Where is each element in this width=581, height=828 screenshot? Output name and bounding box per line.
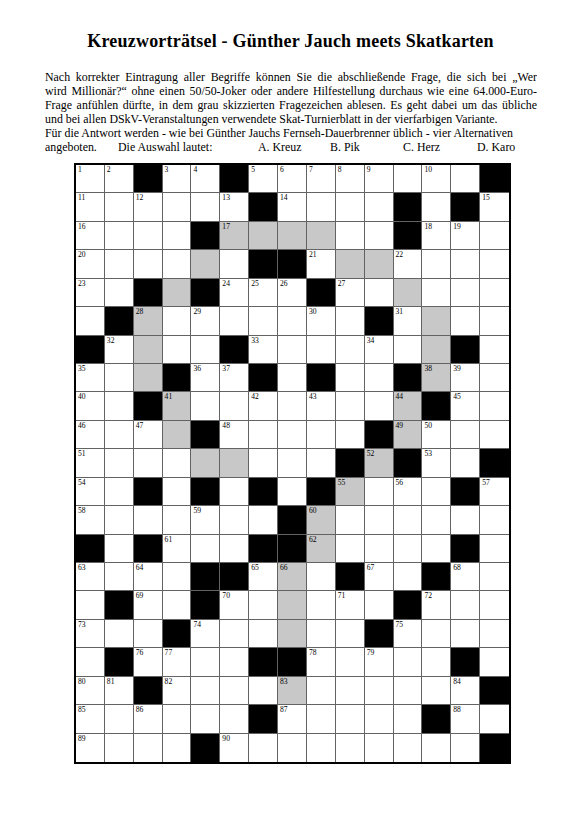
letter-cell[interactable]: 22	[394, 250, 423, 278]
letter-cell[interactable]	[278, 478, 307, 506]
letter-cell[interactable]	[191, 648, 220, 676]
shaded-letter-cell[interactable]	[249, 222, 278, 250]
clue-number: 60	[309, 506, 317, 515]
letter-cell[interactable]: 65	[249, 563, 278, 591]
clue-number: 22	[396, 250, 404, 259]
letter-cell[interactable]	[480, 250, 509, 278]
shaded-letter-cell[interactable]	[278, 620, 307, 648]
letter-cell[interactable]: 15	[480, 193, 509, 221]
clue-number: 25	[251, 279, 259, 288]
letter-cell[interactable]: 29	[191, 307, 220, 335]
letter-cell[interactable]: 79	[365, 648, 394, 676]
letter-cell[interactable]: 69	[134, 591, 163, 619]
answer-choices-line: angeboten. Die Auswahl lautet: A. Kreuz …	[45, 140, 545, 154]
letter-cell[interactable]	[249, 307, 278, 335]
letter-cell[interactable]: 86	[134, 705, 163, 733]
letter-cell[interactable]	[451, 307, 480, 335]
letter-cell[interactable]: 19	[451, 222, 480, 250]
letter-cell[interactable]	[249, 449, 278, 477]
letter-cell[interactable]	[307, 705, 336, 733]
letter-cell[interactable]	[422, 478, 451, 506]
clue-number: 69	[136, 591, 144, 600]
letter-cell[interactable]: 67	[365, 563, 394, 591]
shaded-letter-cell[interactable]	[134, 336, 163, 364]
letter-cell[interactable]: 21	[307, 250, 336, 278]
letter-cell[interactable]: 78	[307, 648, 336, 676]
clue-number: 21	[309, 250, 317, 259]
letter-cell[interactable]	[336, 307, 365, 335]
clue-number: 51	[78, 449, 86, 458]
clue-number: 3	[165, 165, 169, 174]
letter-cell[interactable]: 89	[76, 734, 105, 762]
letter-cell[interactable]	[336, 677, 365, 705]
letter-cell[interactable]	[105, 563, 134, 591]
clue-number: 63	[78, 563, 86, 572]
letter-cell[interactable]: 26	[278, 279, 307, 307]
shaded-letter-cell[interactable]	[365, 250, 394, 278]
letter-cell[interactable]: 71	[336, 591, 365, 619]
letter-cell[interactable]	[422, 648, 451, 676]
letter-cell[interactable]	[480, 364, 509, 392]
letter-cell[interactable]: 61	[163, 535, 192, 563]
letter-cell[interactable]	[365, 222, 394, 250]
letter-cell[interactable]	[451, 279, 480, 307]
shaded-letter-cell[interactable]	[163, 279, 192, 307]
block-cell	[422, 392, 451, 420]
clue-number: 26	[280, 279, 288, 288]
letter-cell[interactable]: 35	[76, 364, 105, 392]
letter-cell[interactable]	[422, 279, 451, 307]
letter-cell[interactable]	[480, 620, 509, 648]
letter-cell[interactable]	[480, 222, 509, 250]
letter-cell[interactable]	[451, 421, 480, 449]
letter-cell[interactable]	[105, 421, 134, 449]
letter-cell[interactable]: 59	[191, 506, 220, 534]
letter-cell[interactable]	[191, 392, 220, 420]
letter-cell[interactable]	[163, 307, 192, 335]
letter-cell[interactable]	[163, 250, 192, 278]
clue-number: 30	[309, 307, 317, 316]
clue-number: 58	[78, 506, 86, 515]
clue-number: 47	[136, 421, 144, 430]
letter-cell[interactable]	[336, 222, 365, 250]
letter-cell[interactable]	[191, 705, 220, 733]
shaded-letter-cell[interactable]	[278, 591, 307, 619]
letter-cell[interactable]	[105, 392, 134, 420]
letter-cell[interactable]	[480, 648, 509, 676]
letter-cell[interactable]	[191, 193, 220, 221]
letter-cell[interactable]: 50	[422, 421, 451, 449]
letter-cell[interactable]	[249, 734, 278, 762]
clue-number: 50	[424, 421, 432, 430]
letter-cell[interactable]	[220, 392, 249, 420]
shaded-letter-cell[interactable]: 55	[336, 478, 365, 506]
shaded-letter-cell[interactable]: 49	[394, 421, 423, 449]
clue-number: 29	[193, 307, 201, 316]
shaded-letter-cell[interactable]	[163, 421, 192, 449]
letter-cell[interactable]	[249, 506, 278, 534]
letter-cell[interactable]	[163, 506, 192, 534]
letter-cell[interactable]	[451, 620, 480, 648]
letter-cell[interactable]: 18	[422, 222, 451, 250]
letter-cell[interactable]: 4	[191, 165, 220, 193]
letter-cell[interactable]	[76, 307, 105, 335]
block-cell	[134, 165, 163, 193]
letter-cell[interactable]: 53	[422, 449, 451, 477]
letter-cell[interactable]	[220, 535, 249, 563]
letter-cell[interactable]: 88	[451, 705, 480, 733]
letter-cell[interactable]	[394, 336, 423, 364]
block-cell	[307, 478, 336, 506]
letter-cell[interactable]: 85	[76, 705, 105, 733]
block-cell	[278, 506, 307, 534]
letter-cell[interactable]	[336, 734, 365, 762]
letter-cell[interactable]: 75	[394, 620, 423, 648]
letter-cell[interactable]	[336, 392, 365, 420]
shaded-letter-cell[interactable]: 38	[422, 364, 451, 392]
clue-number: 87	[280, 705, 288, 714]
letter-cell[interactable]	[394, 648, 423, 676]
clue-number: 10	[424, 165, 432, 174]
letter-cell[interactable]	[278, 392, 307, 420]
letter-cell[interactable]: 63	[76, 563, 105, 591]
letter-cell[interactable]	[336, 336, 365, 364]
clue-number: 18	[424, 222, 432, 231]
clue-number: 64	[136, 563, 144, 572]
letter-cell[interactable]: 73	[76, 620, 105, 648]
letter-cell[interactable]	[365, 535, 394, 563]
letter-cell[interactable]	[134, 250, 163, 278]
letter-cell[interactable]: 33	[249, 336, 278, 364]
letter-cell[interactable]: 46	[76, 421, 105, 449]
shaded-letter-cell[interactable]	[191, 449, 220, 477]
letter-cell[interactable]	[163, 222, 192, 250]
letter-cell[interactable]	[451, 250, 480, 278]
letter-cell[interactable]: 20	[76, 250, 105, 278]
letter-cell[interactable]	[422, 677, 451, 705]
letter-cell[interactable]	[307, 421, 336, 449]
letter-cell[interactable]	[307, 677, 336, 705]
letter-cell[interactable]: 11	[76, 193, 105, 221]
clue-number: 11	[78, 193, 85, 202]
letter-cell[interactable]: 87	[278, 705, 307, 733]
shaded-letter-cell[interactable]	[394, 279, 423, 307]
letter-cell[interactable]: 48	[220, 421, 249, 449]
letter-cell[interactable]	[249, 591, 278, 619]
letter-cell[interactable]	[307, 193, 336, 221]
letter-cell[interactable]: 54	[76, 478, 105, 506]
shaded-letter-cell[interactable]: 28	[134, 307, 163, 335]
letter-cell[interactable]: 77	[163, 648, 192, 676]
letter-cell[interactable]	[105, 705, 134, 733]
letter-cell[interactable]: 51	[76, 449, 105, 477]
letter-cell[interactable]	[105, 279, 134, 307]
clue-number: 89	[78, 734, 86, 743]
letter-cell[interactable]	[336, 421, 365, 449]
letter-cell[interactable]	[451, 506, 480, 534]
letter-cell[interactable]	[105, 364, 134, 392]
shaded-letter-cell[interactable]	[336, 250, 365, 278]
letter-cell[interactable]	[394, 165, 423, 193]
letter-cell[interactable]: 81	[105, 677, 134, 705]
letter-cell[interactable]	[105, 535, 134, 563]
letter-cell[interactable]	[220, 506, 249, 534]
letter-cell[interactable]	[365, 478, 394, 506]
letter-cell[interactable]: 30	[307, 307, 336, 335]
letter-cell[interactable]	[480, 421, 509, 449]
letter-cell[interactable]	[307, 336, 336, 364]
shaded-letter-cell[interactable]: 41	[163, 392, 192, 420]
letter-cell[interactable]	[307, 449, 336, 477]
shaded-letter-cell[interactable]: 83	[278, 677, 307, 705]
letter-cell[interactable]	[105, 222, 134, 250]
letter-cell[interactable]	[220, 705, 249, 733]
letter-cell[interactable]	[220, 307, 249, 335]
clue-number: 49	[396, 421, 404, 430]
letter-cell[interactable]	[220, 620, 249, 648]
letter-cell[interactable]: 2	[105, 165, 134, 193]
letter-cell[interactable]	[451, 591, 480, 619]
letter-cell[interactable]	[394, 677, 423, 705]
letter-cell[interactable]: 72	[422, 591, 451, 619]
letter-cell[interactable]	[422, 506, 451, 534]
letter-cell[interactable]: 45	[451, 392, 480, 420]
letter-cell[interactable]: 32	[105, 336, 134, 364]
letter-cell[interactable]	[480, 336, 509, 364]
answer-option-karo: D. Karo	[477, 140, 515, 155]
block-cell	[191, 222, 220, 250]
shaded-letter-cell[interactable]: 17	[220, 222, 249, 250]
letter-cell[interactable]	[105, 449, 134, 477]
letter-cell[interactable]	[105, 478, 134, 506]
letter-cell[interactable]	[365, 364, 394, 392]
letter-cell[interactable]: 13	[220, 193, 249, 221]
letter-cell[interactable]	[480, 506, 509, 534]
letter-cell[interactable]	[451, 449, 480, 477]
letter-cell[interactable]: 9	[365, 165, 394, 193]
letter-cell[interactable]: 23	[76, 279, 105, 307]
letter-cell[interactable]	[422, 193, 451, 221]
letter-cell[interactable]: 57	[480, 478, 509, 506]
letter-cell[interactable]: 82	[163, 677, 192, 705]
letter-cell[interactable]: 27	[336, 279, 365, 307]
shaded-letter-cell[interactable]	[422, 307, 451, 335]
block-cell	[278, 648, 307, 676]
letter-cell[interactable]	[105, 734, 134, 762]
shaded-letter-cell[interactable]	[191, 250, 220, 278]
letter-cell[interactable]: 36	[191, 364, 220, 392]
letter-cell[interactable]	[365, 506, 394, 534]
letter-cell[interactable]	[422, 535, 451, 563]
letter-cell[interactable]: 16	[76, 222, 105, 250]
letter-cell[interactable]	[365, 279, 394, 307]
letter-cell[interactable]: 68	[451, 563, 480, 591]
letter-cell[interactable]	[76, 648, 105, 676]
letter-cell[interactable]	[336, 648, 365, 676]
letter-cell[interactable]	[480, 563, 509, 591]
letter-cell[interactable]: 31	[394, 307, 423, 335]
letter-cell[interactable]	[163, 449, 192, 477]
clue-number: 37	[222, 364, 230, 373]
letter-cell[interactable]	[105, 193, 134, 221]
shaded-letter-cell[interactable]	[134, 364, 163, 392]
block-cell	[134, 392, 163, 420]
letter-cell[interactable]	[105, 506, 134, 534]
letter-cell[interactable]	[134, 449, 163, 477]
block-cell	[307, 279, 336, 307]
letter-cell[interactable]	[249, 421, 278, 449]
letter-cell[interactable]	[163, 563, 192, 591]
letter-cell[interactable]: 6	[278, 165, 307, 193]
letter-cell[interactable]: 43	[307, 392, 336, 420]
letter-cell[interactable]	[163, 591, 192, 619]
shaded-letter-cell[interactable]: 52	[365, 449, 394, 477]
letter-cell[interactable]	[451, 734, 480, 762]
letter-cell[interactable]	[105, 250, 134, 278]
letter-cell[interactable]	[394, 506, 423, 534]
letter-cell[interactable]	[191, 677, 220, 705]
letter-cell[interactable]	[278, 734, 307, 762]
letter-cell[interactable]: 64	[134, 563, 163, 591]
letter-cell[interactable]	[480, 392, 509, 420]
letter-cell[interactable]	[451, 165, 480, 193]
letter-cell[interactable]	[134, 734, 163, 762]
shaded-letter-cell[interactable]	[422, 336, 451, 364]
letter-cell[interactable]	[163, 734, 192, 762]
letter-cell[interactable]	[220, 478, 249, 506]
letter-cell[interactable]	[278, 364, 307, 392]
letter-cell[interactable]: 74	[191, 620, 220, 648]
letter-cell[interactable]: 56	[394, 478, 423, 506]
letter-cell[interactable]	[278, 336, 307, 364]
letter-cell[interactable]	[220, 250, 249, 278]
letter-cell[interactable]: 7	[307, 165, 336, 193]
letter-cell[interactable]	[336, 705, 365, 733]
shaded-letter-cell[interactable]: 66	[278, 563, 307, 591]
letter-cell[interactable]	[278, 307, 307, 335]
letter-cell[interactable]	[307, 591, 336, 619]
letter-cell[interactable]: 58	[76, 506, 105, 534]
letter-cell[interactable]	[336, 193, 365, 221]
letter-cell[interactable]	[480, 535, 509, 563]
letter-cell[interactable]	[307, 563, 336, 591]
block-cell	[191, 478, 220, 506]
letter-cell[interactable]: 90	[220, 734, 249, 762]
letter-cell[interactable]: 12	[134, 193, 163, 221]
letter-cell[interactable]	[336, 506, 365, 534]
clue-number: 72	[424, 591, 432, 600]
shaded-letter-cell[interactable]: 62	[307, 535, 336, 563]
letter-cell[interactable]	[394, 563, 423, 591]
letter-cell[interactable]	[307, 734, 336, 762]
letter-cell[interactable]	[278, 449, 307, 477]
letter-cell[interactable]	[365, 591, 394, 619]
letter-cell[interactable]: 70	[220, 591, 249, 619]
letter-cell[interactable]	[163, 478, 192, 506]
letter-cell[interactable]	[163, 336, 192, 364]
letter-cell[interactable]	[307, 620, 336, 648]
clue-number: 80	[78, 677, 86, 686]
letter-cell[interactable]	[134, 506, 163, 534]
letter-cell[interactable]: 34	[365, 336, 394, 364]
letter-cell[interactable]	[163, 193, 192, 221]
letter-cell[interactable]	[76, 591, 105, 619]
letter-cell[interactable]	[249, 677, 278, 705]
letter-cell[interactable]	[220, 677, 249, 705]
letter-cell[interactable]	[394, 734, 423, 762]
letter-cell[interactable]: 37	[220, 364, 249, 392]
letter-cell[interactable]	[278, 421, 307, 449]
letter-cell[interactable]	[249, 620, 278, 648]
block-cell	[394, 193, 423, 221]
letter-cell[interactable]: 24	[220, 279, 249, 307]
letter-cell[interactable]	[480, 705, 509, 733]
letter-cell[interactable]	[365, 734, 394, 762]
letter-cell[interactable]: 84	[451, 677, 480, 705]
letter-cell[interactable]: 80	[76, 677, 105, 705]
letter-cell[interactable]	[163, 705, 192, 733]
shaded-letter-cell[interactable]	[278, 222, 307, 250]
clue-number: 23	[78, 279, 86, 288]
block-cell	[134, 279, 163, 307]
letter-cell[interactable]	[365, 392, 394, 420]
shaded-letter-cell[interactable]	[307, 222, 336, 250]
letter-cell[interactable]	[336, 364, 365, 392]
shaded-letter-cell[interactable]: 44	[394, 392, 423, 420]
letter-cell[interactable]: 76	[134, 648, 163, 676]
letter-cell[interactable]	[422, 734, 451, 762]
block-cell	[480, 165, 509, 193]
letter-cell[interactable]	[134, 620, 163, 648]
letter-cell[interactable]	[480, 591, 509, 619]
letter-cell[interactable]: 3	[163, 165, 192, 193]
letter-cell[interactable]	[365, 193, 394, 221]
answer-option-kreuz: A. Kreuz	[258, 140, 302, 155]
letter-cell[interactable]	[365, 705, 394, 733]
clue-number: 35	[78, 364, 86, 373]
letter-cell[interactable]: 25	[249, 279, 278, 307]
letter-cell[interactable]	[336, 620, 365, 648]
letter-cell[interactable]	[191, 535, 220, 563]
letter-cell[interactable]	[191, 336, 220, 364]
letter-cell[interactable]	[134, 222, 163, 250]
letter-cell[interactable]: 8	[336, 165, 365, 193]
letter-cell[interactable]	[480, 279, 509, 307]
letter-cell[interactable]	[336, 535, 365, 563]
letter-cell[interactable]: 42	[249, 392, 278, 420]
letter-cell[interactable]	[394, 705, 423, 733]
letter-cell[interactable]	[220, 648, 249, 676]
letter-cell[interactable]: 39	[451, 364, 480, 392]
shaded-letter-cell[interactable]	[220, 449, 249, 477]
letter-cell[interactable]: 5	[249, 165, 278, 193]
intro-text: Nach korrekter Eintragung aller Begriffe…	[45, 70, 537, 140]
letter-cell[interactable]	[422, 620, 451, 648]
letter-cell[interactable]	[105, 620, 134, 648]
letter-cell[interactable]: 14	[278, 193, 307, 221]
shaded-letter-cell[interactable]: 60	[307, 506, 336, 534]
clue-number: 65	[251, 563, 259, 572]
letter-cell[interactable]	[365, 677, 394, 705]
letter-cell[interactable]: 47	[134, 421, 163, 449]
letter-cell[interactable]	[422, 250, 451, 278]
letter-cell[interactable]: 10	[422, 165, 451, 193]
letter-cell[interactable]	[394, 535, 423, 563]
letter-cell[interactable]: 40	[76, 392, 105, 420]
letter-cell[interactable]	[480, 307, 509, 335]
letter-cell[interactable]: 1	[76, 165, 105, 193]
clue-number: 8	[338, 165, 342, 174]
